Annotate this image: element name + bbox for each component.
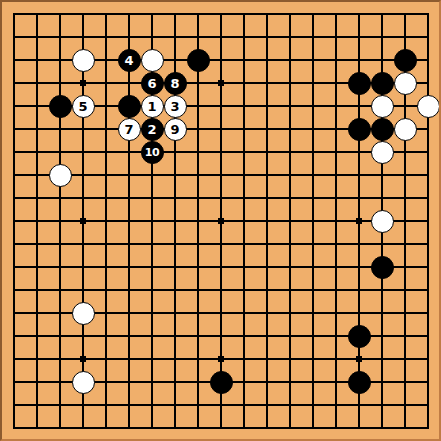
star-point (218, 356, 224, 362)
stone-move-number: 1 (147, 100, 156, 113)
star-point (356, 356, 362, 362)
grid-line-vertical (128, 13, 130, 429)
grid-line-vertical (197, 13, 199, 429)
star-point (80, 218, 86, 224)
stone-black-move-6: 6 (141, 72, 164, 95)
star-point (218, 80, 224, 86)
stone-white (72, 49, 95, 72)
grid-line-horizontal (13, 358, 429, 360)
star-point (80, 356, 86, 362)
stone-white (371, 210, 394, 233)
grid-line-vertical (36, 13, 38, 429)
stone-black (371, 256, 394, 279)
grid-line-vertical (266, 13, 268, 429)
grid-line-horizontal (13, 289, 429, 291)
go-board: 46851372910 (0, 0, 441, 441)
stone-move-number: 10 (145, 147, 159, 158)
star-point (356, 218, 362, 224)
grid-line-horizontal (13, 220, 429, 222)
stone-move-number: 9 (170, 123, 179, 136)
stone-black (394, 49, 417, 72)
stone-white-move-7: 7 (118, 118, 141, 141)
stone-white (371, 95, 394, 118)
stone-white-move-1: 1 (141, 95, 164, 118)
stone-white (72, 302, 95, 325)
stone-move-number: 5 (78, 100, 87, 113)
stone-white (72, 371, 95, 394)
stone-white (417, 95, 440, 118)
stone-black (49, 95, 72, 118)
stone-white (394, 118, 417, 141)
grid-line-vertical (243, 13, 245, 429)
stone-white-move-9: 9 (164, 118, 187, 141)
grid-line-vertical (335, 13, 337, 429)
grid-line-horizontal (13, 266, 429, 268)
stone-black-move-10: 10 (141, 141, 164, 164)
grid-line-horizontal (13, 427, 429, 429)
grid-line-vertical (289, 13, 291, 429)
stone-white (371, 141, 394, 164)
stone-black (348, 325, 371, 348)
grid-line-horizontal (13, 13, 429, 15)
grid-line-vertical (59, 13, 61, 429)
stone-white (141, 49, 164, 72)
grid-line-horizontal (13, 243, 429, 245)
stone-black (118, 95, 141, 118)
stone-black-move-4: 4 (118, 49, 141, 72)
stone-black-move-8: 8 (164, 72, 187, 95)
grid-line-vertical (105, 13, 107, 429)
grid-line-vertical (13, 13, 15, 429)
stone-black (348, 118, 371, 141)
grid-line-horizontal (13, 151, 429, 153)
stone-move-number: 3 (170, 100, 179, 113)
stone-black (187, 49, 210, 72)
stone-white-move-3: 3 (164, 95, 187, 118)
grid-line-vertical (82, 13, 84, 429)
stone-move-number: 8 (170, 77, 179, 90)
stone-black (348, 72, 371, 95)
stone-move-number: 6 (147, 77, 156, 90)
grid-line-horizontal (13, 404, 429, 406)
grid-line-vertical (220, 13, 222, 429)
star-point (80, 80, 86, 86)
grid-line-horizontal (13, 174, 429, 176)
grid-line-vertical (312, 13, 314, 429)
stone-white (49, 164, 72, 187)
grid-line-horizontal (13, 197, 429, 199)
grid-line-vertical (427, 13, 429, 429)
stone-move-number: 7 (124, 123, 133, 136)
stone-black (371, 118, 394, 141)
stone-move-number: 4 (124, 54, 133, 67)
grid-line-horizontal (13, 36, 429, 38)
stone-black (371, 72, 394, 95)
stone-black (348, 371, 371, 394)
star-point (218, 218, 224, 224)
stone-black-move-2: 2 (141, 118, 164, 141)
stone-white-move-5: 5 (72, 95, 95, 118)
stone-move-number: 2 (147, 123, 156, 136)
stone-white (394, 72, 417, 95)
stone-black (210, 371, 233, 394)
